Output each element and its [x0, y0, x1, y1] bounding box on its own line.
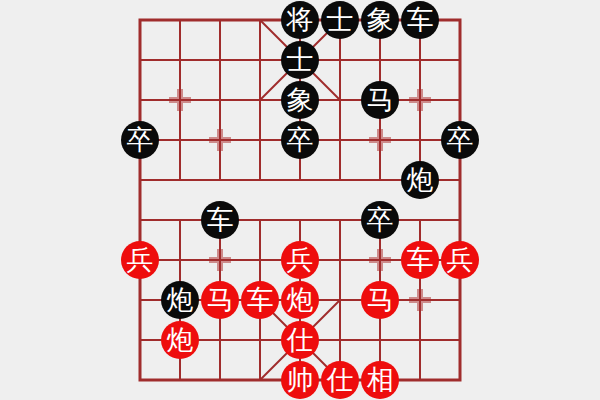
piece-red-chariot[interactable]: 车	[241, 281, 279, 319]
piece-black-advisor[interactable]: 士	[281, 41, 319, 79]
point-marker	[169, 89, 191, 111]
piece-red-elephant[interactable]: 相	[361, 361, 399, 399]
piece-red-cannon[interactable]: 炮	[281, 281, 319, 319]
piece-black-elephant[interactable]: 象	[281, 81, 319, 119]
xiangqi-board[interactable]: 将士象车士象马卒卒卒炮车卒炮兵兵车兵马车炮马炮仕帅仕相	[0, 0, 600, 400]
piece-black-soldier[interactable]: 卒	[121, 121, 159, 159]
point-marker	[209, 249, 231, 271]
piece-red-horse[interactable]: 马	[361, 281, 399, 319]
point-marker	[409, 89, 431, 111]
piece-red-soldier[interactable]: 兵	[441, 241, 479, 279]
piece-black-advisor[interactable]: 士	[321, 1, 359, 39]
piece-black-soldier[interactable]: 卒	[281, 121, 319, 159]
point-marker	[369, 249, 391, 271]
piece-black-cannon[interactable]: 炮	[401, 161, 439, 199]
piece-red-advisor[interactable]: 仕	[321, 361, 359, 399]
piece-red-advisor[interactable]: 仕	[281, 321, 319, 359]
piece-red-soldier[interactable]: 兵	[281, 241, 319, 279]
point-marker	[209, 129, 231, 151]
piece-red-general[interactable]: 帅	[281, 361, 319, 399]
piece-black-soldier[interactable]: 卒	[361, 201, 399, 239]
piece-red-horse[interactable]: 马	[201, 281, 239, 319]
piece-black-chariot[interactable]: 车	[201, 201, 239, 239]
piece-red-chariot[interactable]: 车	[401, 241, 439, 279]
point-marker	[409, 289, 431, 311]
piece-black-general[interactable]: 将	[281, 1, 319, 39]
app-background: 将士象车士象马卒卒卒炮车卒炮兵兵车兵马车炮马炮仕帅仕相	[0, 0, 600, 400]
piece-black-soldier[interactable]: 卒	[441, 121, 479, 159]
point-marker	[369, 129, 391, 151]
piece-black-horse[interactable]: 马	[361, 81, 399, 119]
piece-red-cannon[interactable]: 炮	[161, 321, 199, 359]
piece-red-soldier[interactable]: 兵	[121, 241, 159, 279]
piece-black-chariot[interactable]: 车	[401, 1, 439, 39]
piece-black-cannon[interactable]: 炮	[161, 281, 199, 319]
piece-black-elephant[interactable]: 象	[361, 1, 399, 39]
